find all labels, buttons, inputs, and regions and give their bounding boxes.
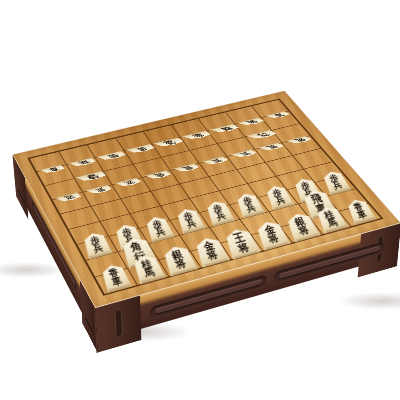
square-7c[interactable]: 歩兵	[104, 164, 142, 185]
shogi-table: 香車桂馬銀将金将玉将金将銀将桂馬香車飛車角行歩兵歩兵歩兵歩兵歩兵歩兵歩兵歩兵歩兵…	[13, 91, 400, 308]
square-5i[interactable]: 王将	[221, 235, 263, 259]
leg-groove	[114, 308, 122, 338]
leg-groove	[375, 235, 384, 264]
leg-groove	[17, 186, 25, 206]
product-photo-stage: 香車桂馬銀将金将玉将金将銀将桂馬香車飛車角行歩兵歩兵歩兵歩兵歩兵歩兵歩兵歩兵歩兵…	[0, 0, 400, 400]
leg-groove	[84, 314, 94, 338]
floor-shadow-right-leg	[338, 292, 400, 310]
piece-sente-lance-1i[interactable]: 香車	[345, 197, 377, 225]
